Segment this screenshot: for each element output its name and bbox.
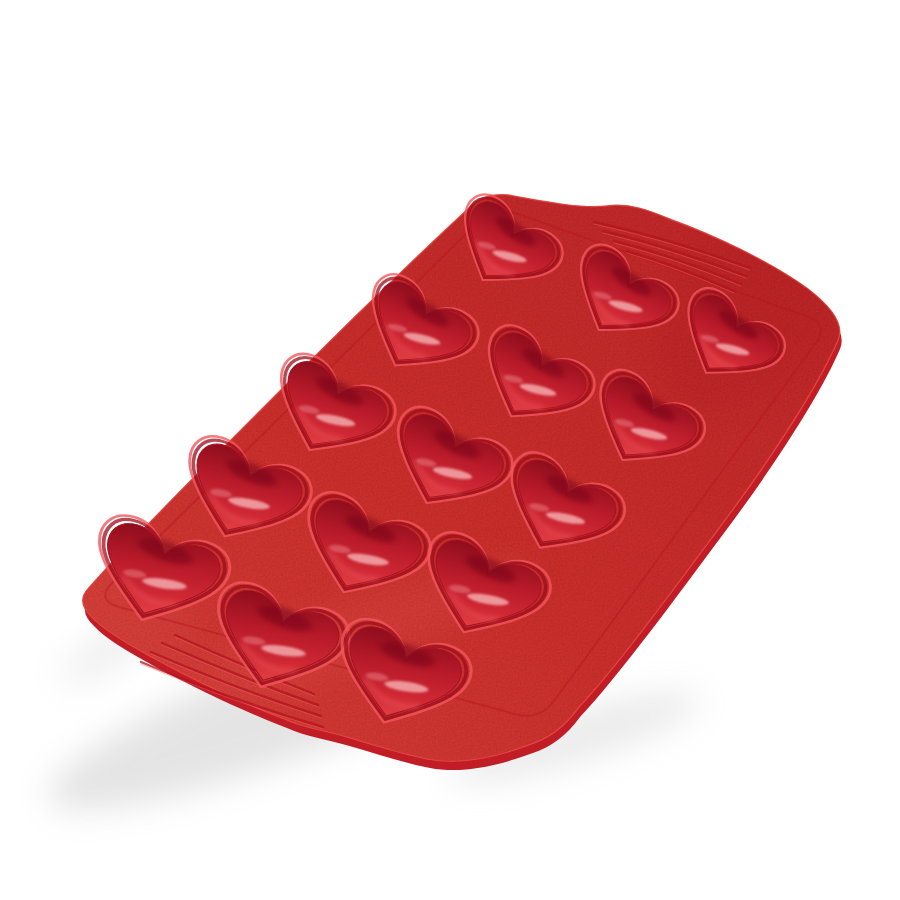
product-photo: [0, 0, 900, 900]
heart-mold-tray-photo: [0, 0, 900, 900]
